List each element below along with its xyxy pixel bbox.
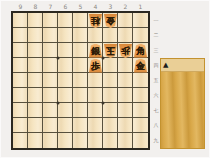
file-label-2: 2	[118, 3, 133, 11]
file-label-1: 1	[133, 3, 148, 11]
board-square-9-5[interactable]	[13, 73, 28, 88]
board-square-3-8[interactable]	[103, 118, 118, 133]
board-square-7-9[interactable]	[43, 133, 58, 148]
board-square-2-8[interactable]	[118, 118, 133, 133]
piece-sente-1四[interactable]: 金	[134, 59, 147, 73]
piece-gote-4一[interactable]: 桂	[89, 14, 102, 28]
board-grid	[13, 13, 148, 148]
board-square-6-4[interactable]	[58, 58, 73, 73]
board-square-9-1[interactable]	[13, 13, 28, 28]
board-square-2-6[interactable]	[118, 88, 133, 103]
board-square-1-7[interactable]	[133, 103, 148, 118]
hoshi-dot	[102, 102, 105, 105]
board-square-8-6[interactable]	[28, 88, 43, 103]
board-square-4-7[interactable]	[88, 103, 103, 118]
board-square-8-8[interactable]	[28, 118, 43, 133]
file-coordinate-labels: 987654321	[13, 3, 148, 11]
board-square-5-2[interactable]	[73, 28, 88, 43]
hoshi-dot	[57, 102, 60, 105]
board-square-9-8[interactable]	[13, 118, 28, 133]
board-square-4-6[interactable]	[88, 88, 103, 103]
board-square-7-2[interactable]	[43, 28, 58, 43]
board-square-3-7[interactable]	[103, 103, 118, 118]
rank-label-9: 九	[152, 133, 160, 148]
rank-label-1: 一	[152, 13, 160, 28]
board-square-6-8[interactable]	[58, 118, 73, 133]
board-square-7-5[interactable]	[43, 73, 58, 88]
rank-label-5: 五	[152, 73, 160, 88]
board-square-5-7[interactable]	[73, 103, 88, 118]
board-square-7-8[interactable]	[43, 118, 58, 133]
file-label-9: 9	[13, 3, 28, 11]
board-square-2-9[interactable]	[118, 133, 133, 148]
board-square-5-3[interactable]	[73, 43, 88, 58]
board-square-8-5[interactable]	[28, 73, 43, 88]
board-square-1-1[interactable]	[133, 13, 148, 28]
file-label-5: 5	[73, 3, 88, 11]
board-square-6-1[interactable]	[58, 13, 73, 28]
rank-label-4: 四	[152, 58, 160, 73]
piece-sente-1三[interactable]: 角	[134, 44, 147, 58]
rank-label-8: 八	[152, 118, 160, 133]
file-label-4: 4	[88, 3, 103, 11]
rank-label-2: 二	[152, 28, 160, 43]
board-square-9-7[interactable]	[13, 103, 28, 118]
board-square-3-9[interactable]	[103, 133, 118, 148]
rank-label-6: 六	[152, 88, 160, 103]
rank-coordinate-labels: 一二三四五六七八九	[152, 13, 160, 148]
board-square-8-3[interactable]	[28, 43, 43, 58]
board-square-1-5[interactable]	[133, 73, 148, 88]
board-square-4-5[interactable]	[88, 73, 103, 88]
piece-sente-4四[interactable]: 歩	[89, 59, 102, 73]
file-label-8: 8	[28, 3, 43, 11]
board-square-8-1[interactable]	[28, 13, 43, 28]
board-square-3-4[interactable]	[103, 58, 118, 73]
board-square-2-4[interactable]	[118, 58, 133, 73]
rank-label-7: 七	[152, 103, 160, 118]
board-square-4-9[interactable]	[88, 133, 103, 148]
board-square-7-3[interactable]	[43, 43, 58, 58]
board-square-6-9[interactable]	[58, 133, 73, 148]
board-square-2-5[interactable]	[118, 73, 133, 88]
board-square-3-5[interactable]	[103, 73, 118, 88]
sente-marker-icon: ▲	[163, 60, 168, 71]
board-square-1-9[interactable]	[133, 133, 148, 148]
board-square-9-6[interactable]	[13, 88, 28, 103]
rank-label-3: 三	[152, 43, 160, 58]
board-square-9-9[interactable]	[13, 133, 28, 148]
board-square-1-8[interactable]	[133, 118, 148, 133]
piece-gote-2三[interactable]: 歩	[119, 44, 132, 58]
file-label-3: 3	[103, 3, 118, 11]
shogi-board: 桂金銀玉歩角歩金	[11, 11, 150, 150]
board-square-2-2[interactable]	[118, 28, 133, 43]
board-square-8-2[interactable]	[28, 28, 43, 43]
board-square-7-7[interactable]	[43, 103, 58, 118]
board-square-7-1[interactable]	[43, 13, 58, 28]
board-square-3-2[interactable]	[103, 28, 118, 43]
piece-gote-3一[interactable]: 金	[104, 14, 117, 28]
shogi-app: 987654321 桂金銀玉歩角歩金 一二三四五六七八九 ▲	[0, 0, 210, 158]
sente-hand-pieces-tray	[161, 72, 204, 150]
hoshi-dot	[57, 57, 60, 60]
board-square-4-8[interactable]	[88, 118, 103, 133]
board-square-2-1[interactable]	[118, 13, 133, 28]
board-square-8-9[interactable]	[28, 133, 43, 148]
board-square-7-4[interactable]	[43, 58, 58, 73]
board-square-1-6[interactable]	[133, 88, 148, 103]
board-square-6-7[interactable]	[58, 103, 73, 118]
board-square-5-8[interactable]	[73, 118, 88, 133]
piece-gote-3三[interactable]: 玉	[104, 44, 117, 58]
board-square-5-5[interactable]	[73, 73, 88, 88]
board-square-9-4[interactable]	[13, 58, 28, 73]
board-square-9-3[interactable]	[13, 43, 28, 58]
board-square-8-4[interactable]	[28, 58, 43, 73]
board-square-5-4[interactable]	[73, 58, 88, 73]
hoshi-dot	[102, 57, 105, 60]
board-square-9-2[interactable]	[13, 28, 28, 43]
board-square-5-1[interactable]	[73, 13, 88, 28]
file-label-7: 7	[43, 3, 58, 11]
board-square-7-6[interactable]	[43, 88, 58, 103]
file-label-6: 6	[58, 3, 73, 11]
board-square-6-2[interactable]	[58, 28, 73, 43]
board-square-6-5[interactable]	[58, 73, 73, 88]
board-square-2-7[interactable]	[118, 103, 133, 118]
board-square-1-2[interactable]	[133, 28, 148, 43]
board-square-6-6[interactable]	[58, 88, 73, 103]
board-square-5-6[interactable]	[73, 88, 88, 103]
board-square-5-9[interactable]	[73, 133, 88, 148]
sente-komadai: ▲	[160, 58, 205, 149]
board-square-4-2[interactable]	[88, 28, 103, 43]
komadai-header: ▲	[161, 59, 204, 72]
board-square-8-7[interactable]	[28, 103, 43, 118]
board-square-6-3[interactable]	[58, 43, 73, 58]
board-square-3-6[interactable]	[103, 88, 118, 103]
piece-sente-4三[interactable]: 銀	[89, 44, 102, 58]
